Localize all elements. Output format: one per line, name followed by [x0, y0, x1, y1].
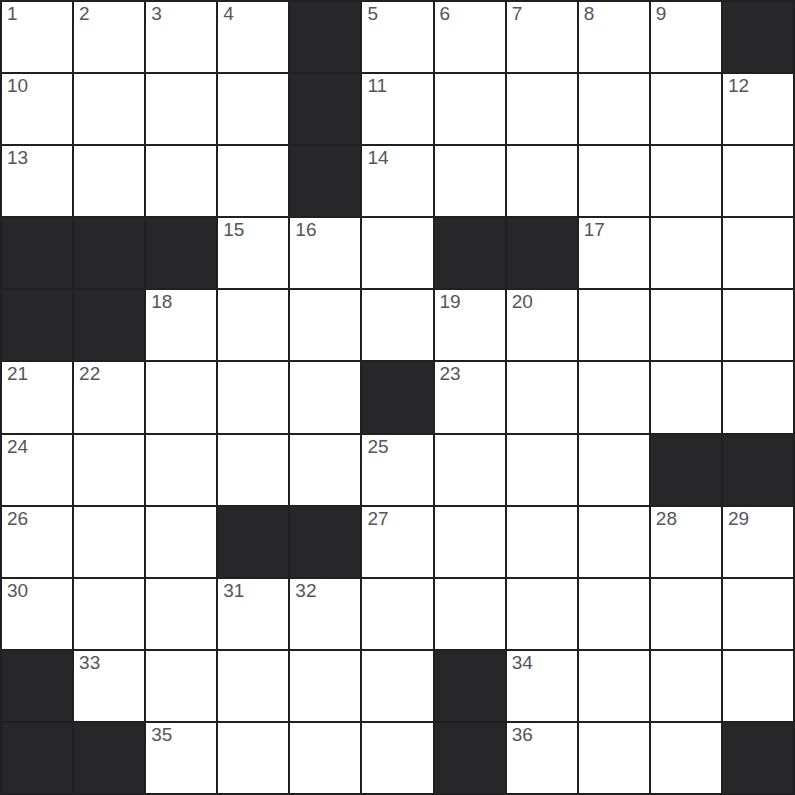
cell-r7c4[interactable]	[218, 435, 288, 505]
cell-r10c4[interactable]	[218, 651, 288, 721]
cell-r2c2[interactable]	[74, 74, 144, 144]
cell-r5c11[interactable]	[723, 290, 793, 360]
cell-r4c11[interactable]	[723, 218, 793, 288]
cell-r1c1[interactable]: 1	[2, 2, 72, 72]
cell-r8c5	[290, 507, 360, 577]
cell-r5c3[interactable]: 18	[146, 290, 216, 360]
cell-r10c2[interactable]: 33	[74, 651, 144, 721]
cell-r8c11[interactable]: 29	[723, 507, 793, 577]
clue-number: 6	[440, 4, 451, 25]
cell-r5c8[interactable]: 20	[507, 290, 577, 360]
clue-number: 36	[512, 725, 533, 746]
cell-r9c5[interactable]: 32	[290, 579, 360, 649]
cell-r9c2[interactable]	[74, 579, 144, 649]
cell-r11c8[interactable]: 36	[507, 723, 577, 793]
cell-r7c8[interactable]	[507, 435, 577, 505]
clue-number: 24	[7, 437, 28, 458]
cell-r11c4[interactable]	[218, 723, 288, 793]
cell-r5c7[interactable]: 19	[435, 290, 505, 360]
cell-r5c10[interactable]	[651, 290, 721, 360]
cell-r9c9[interactable]	[579, 579, 649, 649]
cell-r2c7[interactable]	[435, 74, 505, 144]
cell-r3c11[interactable]	[723, 146, 793, 216]
cell-r4c3	[146, 218, 216, 288]
cell-r3c5	[290, 146, 360, 216]
cell-r8c3[interactable]	[146, 507, 216, 577]
cell-r5c4[interactable]	[218, 290, 288, 360]
cell-r10c5[interactable]	[290, 651, 360, 721]
cell-r8c1[interactable]: 26	[2, 507, 72, 577]
cell-r7c9[interactable]	[579, 435, 649, 505]
cell-r6c10[interactable]	[651, 362, 721, 432]
cell-r6c1[interactable]: 21	[2, 362, 72, 432]
cell-r11c5[interactable]	[290, 723, 360, 793]
cell-r9c4[interactable]: 31	[218, 579, 288, 649]
clue-number: 5	[367, 4, 378, 25]
cell-r1c11	[723, 2, 793, 72]
clue-number: 32	[295, 581, 316, 602]
cell-r1c10[interactable]: 9	[651, 2, 721, 72]
clue-number: 12	[728, 76, 749, 97]
cell-r8c9[interactable]	[579, 507, 649, 577]
clue-number: 23	[440, 364, 461, 385]
cell-r4c5[interactable]: 16	[290, 218, 360, 288]
cell-r10c9[interactable]	[579, 651, 649, 721]
cell-r6c11[interactable]	[723, 362, 793, 432]
cell-r11c9[interactable]	[579, 723, 649, 793]
clue-number: 11	[367, 76, 387, 97]
cell-r2c1[interactable]: 10	[2, 74, 72, 144]
cell-r3c3[interactable]	[146, 146, 216, 216]
cell-r10c6[interactable]	[362, 651, 432, 721]
cell-r7c1[interactable]: 24	[2, 435, 72, 505]
cell-r6c7[interactable]: 23	[435, 362, 505, 432]
cell-r6c5[interactable]	[290, 362, 360, 432]
cell-r10c11[interactable]	[723, 651, 793, 721]
cell-r8c4	[218, 507, 288, 577]
cell-r7c7[interactable]	[435, 435, 505, 505]
cell-r5c1	[2, 290, 72, 360]
clue-number: 28	[656, 509, 677, 530]
clue-number: 14	[367, 148, 388, 169]
cell-r3c7[interactable]	[435, 146, 505, 216]
cell-r1c5	[290, 2, 360, 72]
cell-r4c7	[435, 218, 505, 288]
cell-r7c5[interactable]	[290, 435, 360, 505]
cell-r3c4[interactable]	[218, 146, 288, 216]
clue-number: 2	[79, 4, 90, 25]
cell-r6c2[interactable]: 22	[74, 362, 144, 432]
cell-r7c2[interactable]	[74, 435, 144, 505]
cell-r7c6[interactable]: 25	[362, 435, 432, 505]
cell-r2c3[interactable]	[146, 74, 216, 144]
cell-r10c8[interactable]: 34	[507, 651, 577, 721]
clue-number: 19	[440, 292, 461, 313]
clue-number: 10	[7, 76, 28, 97]
clue-number: 29	[728, 509, 749, 530]
cell-r9c3[interactable]	[146, 579, 216, 649]
clue-number: 8	[584, 4, 595, 25]
cell-r7c11	[723, 435, 793, 505]
cell-r8c2[interactable]	[74, 507, 144, 577]
clue-number: 30	[7, 581, 28, 602]
cell-r10c3[interactable]	[146, 651, 216, 721]
cell-r11c1	[2, 723, 72, 793]
cell-r5c2	[74, 290, 144, 360]
clue-number: 1	[7, 4, 18, 25]
cell-r9c10[interactable]	[651, 579, 721, 649]
clue-number: 22	[79, 364, 100, 385]
clue-number: 31	[223, 581, 244, 602]
cell-r3c9[interactable]	[579, 146, 649, 216]
cell-r8c8[interactable]	[507, 507, 577, 577]
clue-number: 33	[79, 653, 100, 674]
cell-r4c6[interactable]	[362, 218, 432, 288]
cell-r4c2	[74, 218, 144, 288]
clue-number: 25	[367, 437, 388, 458]
clue-number: 21	[7, 364, 28, 385]
cell-r2c4[interactable]	[218, 74, 288, 144]
cell-r3c6[interactable]: 14	[362, 146, 432, 216]
cell-r1c9[interactable]: 8	[579, 2, 649, 72]
clue-number: 20	[512, 292, 533, 313]
cell-r8c10[interactable]: 28	[651, 507, 721, 577]
cell-r10c7	[435, 651, 505, 721]
cell-r4c9[interactable]: 17	[579, 218, 649, 288]
cell-r1c6[interactable]: 5	[362, 2, 432, 72]
clue-number: 27	[367, 509, 388, 530]
clue-number: 17	[584, 220, 605, 241]
crossword-board: 1234567891011121314151617181920212223242…	[0, 0, 795, 795]
cell-r10c1	[2, 651, 72, 721]
cell-r8c7[interactable]	[435, 507, 505, 577]
cell-r7c3[interactable]	[146, 435, 216, 505]
cell-r9c6[interactable]	[362, 579, 432, 649]
clue-number: 13	[7, 148, 28, 169]
clue-number: 3	[151, 4, 162, 25]
clue-number: 35	[151, 725, 172, 746]
clue-number: 26	[7, 509, 28, 530]
cell-r11c10[interactable]	[651, 723, 721, 793]
cell-r1c3[interactable]: 3	[146, 2, 216, 72]
cell-r10c10[interactable]	[651, 651, 721, 721]
cell-r2c8[interactable]	[507, 74, 577, 144]
cell-r5c5[interactable]	[290, 290, 360, 360]
cell-r1c8[interactable]: 7	[507, 2, 577, 72]
cell-r2c10[interactable]	[651, 74, 721, 144]
cell-r6c6	[362, 362, 432, 432]
clue-number: 16	[295, 220, 316, 241]
cell-r2c9[interactable]	[579, 74, 649, 144]
cell-r9c7[interactable]	[435, 579, 505, 649]
clue-number: 18	[151, 292, 172, 313]
cell-r6c3[interactable]	[146, 362, 216, 432]
clue-number: 34	[512, 653, 533, 674]
cell-r4c4[interactable]: 15	[218, 218, 288, 288]
cell-r9c1[interactable]: 30	[2, 579, 72, 649]
cell-r1c4[interactable]: 4	[218, 2, 288, 72]
cell-r3c2[interactable]	[74, 146, 144, 216]
cell-r3c10[interactable]	[651, 146, 721, 216]
cell-r3c1[interactable]: 13	[2, 146, 72, 216]
cell-r6c8[interactable]	[507, 362, 577, 432]
cell-r11c3[interactable]: 35	[146, 723, 216, 793]
cell-r8c6[interactable]: 27	[362, 507, 432, 577]
cell-r2c5	[290, 74, 360, 144]
cell-r4c10[interactable]	[651, 218, 721, 288]
cell-r6c9[interactable]	[579, 362, 649, 432]
clue-number: 4	[223, 4, 234, 25]
cell-r2c6[interactable]: 11	[362, 74, 432, 144]
cell-r6c4[interactable]	[218, 362, 288, 432]
cell-r9c11[interactable]	[723, 579, 793, 649]
clue-number: 7	[512, 4, 523, 25]
cell-r11c11	[723, 723, 793, 793]
cell-r3c8[interactable]	[507, 146, 577, 216]
cell-r4c8	[507, 218, 577, 288]
cell-r1c2[interactable]: 2	[74, 2, 144, 72]
cell-r11c6[interactable]	[362, 723, 432, 793]
cell-r2c11[interactable]: 12	[723, 74, 793, 144]
cell-r1c7[interactable]: 6	[435, 2, 505, 72]
cell-r11c2	[74, 723, 144, 793]
cell-r4c1	[2, 218, 72, 288]
clue-number: 9	[656, 4, 667, 25]
cell-r5c9[interactable]	[579, 290, 649, 360]
cell-r11c7	[435, 723, 505, 793]
cell-r9c8[interactable]	[507, 579, 577, 649]
clue-number: 15	[223, 220, 244, 241]
cell-r7c10	[651, 435, 721, 505]
cell-r5c6[interactable]	[362, 290, 432, 360]
